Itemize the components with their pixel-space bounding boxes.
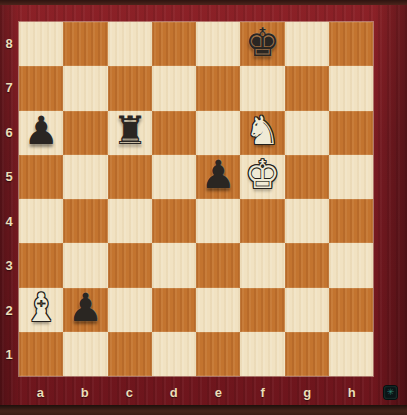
square-e1[interactable] <box>196 332 240 376</box>
piece-white-knight[interactable]: ♞ <box>245 111 280 150</box>
rank-label-6: 6 <box>0 110 18 155</box>
square-a7[interactable] <box>19 66 63 110</box>
square-h4[interactable] <box>329 199 373 243</box>
square-a5[interactable] <box>19 155 63 199</box>
square-f6[interactable]: ♞ <box>240 111 284 155</box>
square-d2[interactable] <box>152 288 196 332</box>
frame-top-edge <box>0 0 407 5</box>
square-c7[interactable] <box>108 66 152 110</box>
square-h7[interactable] <box>329 66 373 110</box>
rank-label-8: 8 <box>0 21 18 66</box>
file-label-g: g <box>285 379 330 405</box>
square-b1[interactable] <box>63 332 107 376</box>
file-label-c: c <box>107 379 152 405</box>
square-g2[interactable] <box>285 288 329 332</box>
rank-labels: 87654321 <box>0 21 18 377</box>
square-g3[interactable] <box>285 243 329 287</box>
square-g8[interactable] <box>285 22 329 66</box>
square-e2[interactable] <box>196 288 240 332</box>
square-f7[interactable] <box>240 66 284 110</box>
square-d1[interactable] <box>152 332 196 376</box>
square-a4[interactable] <box>19 199 63 243</box>
square-g1[interactable] <box>285 332 329 376</box>
square-d6[interactable] <box>152 111 196 155</box>
rank-label-7: 7 <box>0 66 18 111</box>
square-e4[interactable] <box>196 199 240 243</box>
square-f2[interactable] <box>240 288 284 332</box>
file-label-f: f <box>241 379 286 405</box>
square-h6[interactable] <box>329 111 373 155</box>
file-label-b: b <box>63 379 108 405</box>
frame-bottom-edge <box>0 405 407 415</box>
square-b8[interactable] <box>63 22 107 66</box>
square-e3[interactable] <box>196 243 240 287</box>
file-label-a: a <box>18 379 63 405</box>
square-e8[interactable] <box>196 22 240 66</box>
square-e6[interactable] <box>196 111 240 155</box>
square-d7[interactable] <box>152 66 196 110</box>
piece-black-pawn[interactable]: ♟ <box>24 111 59 150</box>
rank-label-1: 1 <box>0 333 18 378</box>
rank-label-2: 2 <box>0 288 18 333</box>
square-c5[interactable] <box>108 155 152 199</box>
rank-label-5: 5 <box>0 155 18 200</box>
file-label-h: h <box>330 379 375 405</box>
square-b5[interactable] <box>63 155 107 199</box>
square-f4[interactable] <box>240 199 284 243</box>
piece-white-king[interactable]: ♚ <box>245 155 280 194</box>
square-h2[interactable] <box>329 288 373 332</box>
piece-black-pawn[interactable]: ♟ <box>68 288 103 327</box>
square-b4[interactable] <box>63 199 107 243</box>
square-e5[interactable]: ♟ <box>196 155 240 199</box>
square-b3[interactable] <box>63 243 107 287</box>
square-a6[interactable]: ♟ <box>19 111 63 155</box>
file-labels: abcdefgh <box>18 377 374 405</box>
square-b2[interactable]: ♟ <box>63 288 107 332</box>
file-label-e: e <box>196 379 241 405</box>
chess-board: ♚♟♜♞♟♚♝♟ <box>18 21 374 377</box>
square-a8[interactable] <box>19 22 63 66</box>
square-c4[interactable] <box>108 199 152 243</box>
square-g5[interactable] <box>285 155 329 199</box>
square-b6[interactable] <box>63 111 107 155</box>
square-a2[interactable]: ♝ <box>19 288 63 332</box>
square-c6[interactable]: ♜ <box>108 111 152 155</box>
square-c8[interactable] <box>108 22 152 66</box>
square-a3[interactable] <box>19 243 63 287</box>
piece-black-rook[interactable]: ♜ <box>112 111 147 150</box>
square-f5[interactable]: ♚ <box>240 155 284 199</box>
square-a1[interactable] <box>19 332 63 376</box>
square-g6[interactable] <box>285 111 329 155</box>
square-d3[interactable] <box>152 243 196 287</box>
square-c1[interactable] <box>108 332 152 376</box>
square-h5[interactable] <box>329 155 373 199</box>
settings-icon: ✳ <box>387 388 395 397</box>
square-h3[interactable] <box>329 243 373 287</box>
square-h1[interactable] <box>329 332 373 376</box>
square-d8[interactable] <box>152 22 196 66</box>
square-f8[interactable]: ♚ <box>240 22 284 66</box>
square-c3[interactable] <box>108 243 152 287</box>
piece-white-bishop[interactable]: ♝ <box>24 288 59 327</box>
square-f3[interactable] <box>240 243 284 287</box>
square-d4[interactable] <box>152 199 196 243</box>
square-c2[interactable] <box>108 288 152 332</box>
square-e7[interactable] <box>196 66 240 110</box>
piece-black-pawn[interactable]: ♟ <box>201 155 236 194</box>
square-g7[interactable] <box>285 66 329 110</box>
rank-label-4: 4 <box>0 199 18 244</box>
square-d5[interactable] <box>152 155 196 199</box>
square-g4[interactable] <box>285 199 329 243</box>
settings-button[interactable]: ✳ <box>384 386 397 399</box>
square-f1[interactable] <box>240 332 284 376</box>
square-b7[interactable] <box>63 66 107 110</box>
file-label-d: d <box>152 379 197 405</box>
rank-label-3: 3 <box>0 244 18 289</box>
square-h8[interactable] <box>329 22 373 66</box>
piece-black-king[interactable]: ♚ <box>245 23 280 62</box>
